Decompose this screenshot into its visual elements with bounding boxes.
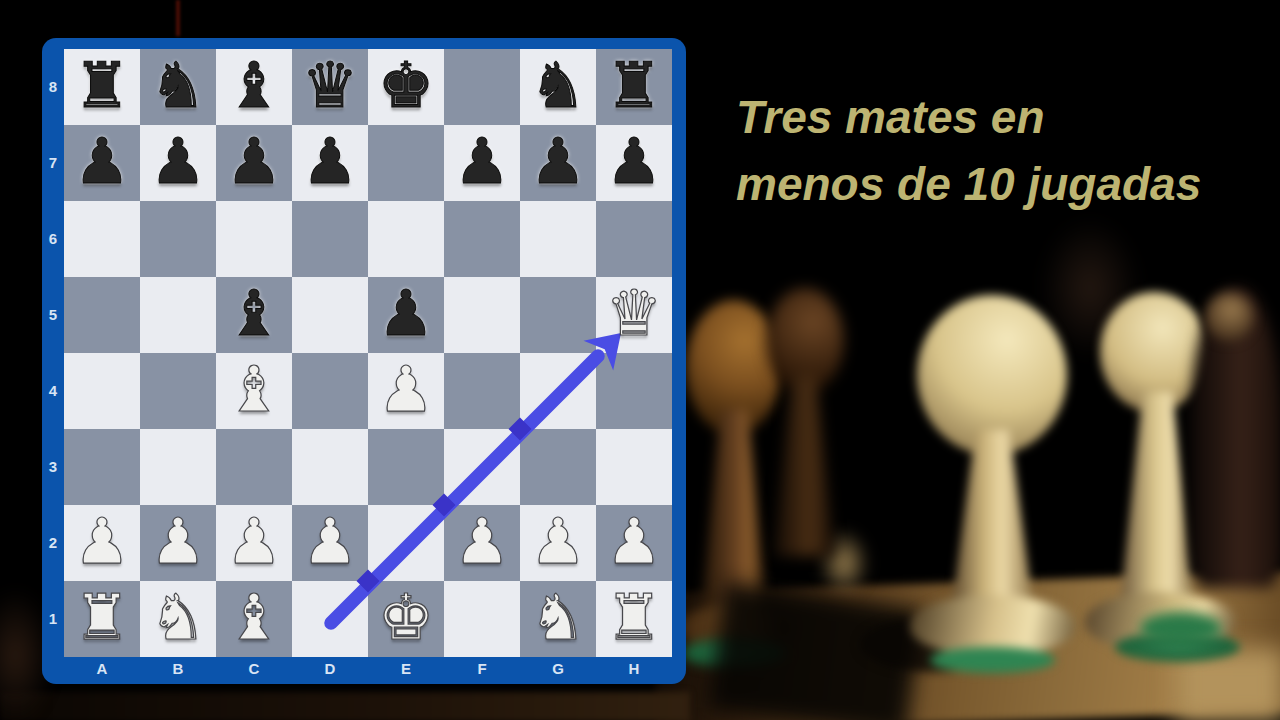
caption-line1: Tres mates en — [736, 84, 1201, 151]
square-d2[interactable]: ♟ — [292, 505, 368, 581]
rank-label-1: 1 — [42, 581, 64, 657]
square-e3[interactable] — [368, 429, 444, 505]
piece-wR-h1[interactable]: ♜ — [596, 581, 672, 657]
piece-wN-g1[interactable]: ♞ — [520, 581, 596, 657]
rank-label-3: 3 — [42, 429, 64, 505]
rank-label-2: 2 — [42, 505, 64, 581]
square-b3[interactable] — [140, 429, 216, 505]
piece-wQ-h5[interactable]: ♛ — [596, 277, 672, 353]
rank-label-4: 4 — [42, 353, 64, 429]
square-g2[interactable]: ♟ — [520, 505, 596, 581]
square-a3[interactable] — [64, 429, 140, 505]
square-c1[interactable]: ♝ — [216, 581, 292, 657]
square-a5[interactable] — [64, 277, 140, 353]
square-d6[interactable] — [292, 201, 368, 277]
square-a8[interactable]: ♜ — [64, 49, 140, 125]
piece-wP-b2[interactable]: ♟ — [140, 505, 216, 581]
square-f4[interactable] — [444, 353, 520, 429]
piece-bQ-d8[interactable]: ♛ — [292, 49, 368, 125]
piece-bP-b7[interactable]: ♟ — [140, 125, 216, 201]
square-g4[interactable] — [520, 353, 596, 429]
square-h3[interactable] — [596, 429, 672, 505]
file-labels: ABCDEFGH — [64, 657, 672, 682]
piece-wP-e4[interactable]: ♟ — [368, 353, 444, 429]
square-e1[interactable]: ♚ — [368, 581, 444, 657]
piece-bP-e5[interactable]: ♟ — [368, 277, 444, 353]
square-h4[interactable] — [596, 353, 672, 429]
square-d3[interactable] — [292, 429, 368, 505]
square-b1[interactable]: ♞ — [140, 581, 216, 657]
piece-wR-a1[interactable]: ♜ — [64, 581, 140, 657]
piece-bR-h8[interactable]: ♜ — [596, 49, 672, 125]
square-h5[interactable]: ♛ — [596, 277, 672, 353]
square-h8[interactable]: ♜ — [596, 49, 672, 125]
square-g1[interactable]: ♞ — [520, 581, 596, 657]
piece-bP-f7[interactable]: ♟ — [444, 125, 520, 201]
square-a7[interactable]: ♟ — [64, 125, 140, 201]
square-b8[interactable]: ♞ — [140, 49, 216, 125]
piece-bP-h7[interactable]: ♟ — [596, 125, 672, 201]
square-d8[interactable]: ♛ — [292, 49, 368, 125]
square-g3[interactable] — [520, 429, 596, 505]
square-a2[interactable]: ♟ — [64, 505, 140, 581]
square-f1[interactable] — [444, 581, 520, 657]
file-label-e: E — [368, 657, 444, 682]
square-d7[interactable]: ♟ — [292, 125, 368, 201]
video-frame: 87654321 ABCDEFGH ♜♞♝♛♚♞♜♟♟♟♟♟♟♟♝♟♛♝♟♟♟♟… — [0, 0, 1280, 720]
piece-bP-c7[interactable]: ♟ — [216, 125, 292, 201]
background-pawn-brown-back — [758, 288, 850, 588]
piece-wK-e1[interactable]: ♚ — [368, 581, 444, 657]
piece-wP-a2[interactable]: ♟ — [64, 505, 140, 581]
square-c2[interactable]: ♟ — [216, 505, 292, 581]
caption-line2: menos de 10 jugadas — [736, 151, 1201, 218]
file-label-d: D — [292, 657, 368, 682]
square-a4[interactable] — [64, 353, 140, 429]
square-b6[interactable] — [140, 201, 216, 277]
background-wood-table-left — [0, 692, 690, 720]
file-label-f: F — [444, 657, 520, 682]
square-a6[interactable] — [64, 201, 140, 277]
square-e8[interactable]: ♚ — [368, 49, 444, 125]
square-f8[interactable] — [444, 49, 520, 125]
square-f6[interactable] — [444, 201, 520, 277]
square-e6[interactable] — [368, 201, 444, 277]
file-label-b: B — [140, 657, 216, 682]
square-g8[interactable]: ♞ — [520, 49, 596, 125]
square-c3[interactable] — [216, 429, 292, 505]
piece-wP-c2[interactable]: ♟ — [216, 505, 292, 581]
square-b7[interactable]: ♟ — [140, 125, 216, 201]
square-c7[interactable]: ♟ — [216, 125, 292, 201]
square-c5[interactable]: ♝ — [216, 277, 292, 353]
piece-bP-a7[interactable]: ♟ — [64, 125, 140, 201]
background-dark-piece-head — [1205, 293, 1253, 341]
piece-bB-c5[interactable]: ♝ — [216, 277, 292, 353]
square-a1[interactable]: ♜ — [64, 581, 140, 657]
square-g5[interactable] — [520, 277, 596, 353]
chess-board-panel: 87654321 ABCDEFGH ♜♞♝♛♚♞♜♟♟♟♟♟♟♟♝♟♛♝♟♟♟♟… — [42, 38, 686, 684]
square-f7[interactable]: ♟ — [444, 125, 520, 201]
piece-wP-f2[interactable]: ♟ — [444, 505, 520, 581]
square-h2[interactable]: ♟ — [596, 505, 672, 581]
rank-label-8: 8 — [42, 49, 64, 125]
square-e4[interactable]: ♟ — [368, 353, 444, 429]
square-b5[interactable] — [140, 277, 216, 353]
piece-bP-d7[interactable]: ♟ — [292, 125, 368, 201]
square-e2[interactable] — [368, 505, 444, 581]
square-e7[interactable] — [368, 125, 444, 201]
square-g6[interactable] — [520, 201, 596, 277]
caption: Tres mates en menos de 10 jugadas — [736, 84, 1201, 218]
piece-bN-g8[interactable]: ♞ — [520, 49, 596, 125]
piece-bR-a8[interactable]: ♜ — [64, 49, 140, 125]
square-d4[interactable] — [292, 353, 368, 429]
file-label-a: A — [64, 657, 140, 682]
square-c4[interactable]: ♝ — [216, 353, 292, 429]
background-thin-object — [176, 0, 180, 36]
piece-wB-c4[interactable]: ♝ — [216, 353, 292, 429]
file-label-h: H — [596, 657, 672, 682]
square-d5[interactable] — [292, 277, 368, 353]
square-h7[interactable]: ♟ — [596, 125, 672, 201]
file-label-g: G — [520, 657, 596, 682]
piece-bP-g7[interactable]: ♟ — [520, 125, 596, 201]
chess-board[interactable]: ♜♞♝♛♚♞♜♟♟♟♟♟♟♟♝♟♛♝♟♟♟♟♟♟♟♟♜♞♝♚♞♜ — [64, 49, 672, 657]
square-c6[interactable] — [216, 201, 292, 277]
background-pawn-cream-center — [905, 295, 1080, 685]
square-h1[interactable]: ♜ — [596, 581, 672, 657]
piece-wP-g2[interactable]: ♟ — [520, 505, 596, 581]
piece-bB-c8[interactable]: ♝ — [216, 49, 292, 125]
square-f5[interactable] — [444, 277, 520, 353]
rank-label-5: 5 — [42, 277, 64, 353]
square-d1[interactable] — [292, 581, 368, 657]
piece-bN-b8[interactable]: ♞ — [140, 49, 216, 125]
square-b4[interactable] — [140, 353, 216, 429]
square-f2[interactable]: ♟ — [444, 505, 520, 581]
piece-wN-b1[interactable]: ♞ — [140, 581, 216, 657]
file-label-c: C — [216, 657, 292, 682]
background-green-felt-base — [1140, 612, 1222, 644]
square-e5[interactable]: ♟ — [368, 277, 444, 353]
piece-wB-c1[interactable]: ♝ — [216, 581, 292, 657]
square-c8[interactable]: ♝ — [216, 49, 292, 125]
piece-bK-e8[interactable]: ♚ — [368, 49, 444, 125]
piece-wP-h2[interactable]: ♟ — [596, 505, 672, 581]
rank-label-7: 7 — [42, 125, 64, 201]
piece-wP-d2[interactable]: ♟ — [292, 505, 368, 581]
rank-label-6: 6 — [42, 201, 64, 277]
square-b2[interactable]: ♟ — [140, 505, 216, 581]
square-f3[interactable] — [444, 429, 520, 505]
square-g7[interactable]: ♟ — [520, 125, 596, 201]
rank-labels: 87654321 — [42, 49, 64, 657]
square-h6[interactable] — [596, 201, 672, 277]
